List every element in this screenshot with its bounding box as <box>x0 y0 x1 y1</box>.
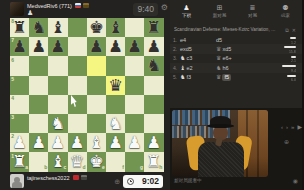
player-username[interactable]: tajineschess2022 <box>27 175 87 181</box>
square-e7[interactable]: ♟ <box>87 37 106 56</box>
move-text: d5 <box>216 37 222 43</box>
move-row-1: 1.e4d51.2 <box>170 35 302 44</box>
black-knight[interactable]: ♞ <box>144 56 163 75</box>
black-king[interactable]: ♚ <box>87 18 106 37</box>
square-h2[interactable]: ♟ <box>144 133 163 152</box>
rank-label: 3 <box>11 115 14 120</box>
file-label: e <box>102 165 105 170</box>
tab-2[interactable]: ≣对局 <box>236 0 269 22</box>
black-rook[interactable]: ♜ <box>144 18 163 37</box>
move-number: 5. <box>170 74 180 80</box>
move-time: 15.8 <box>274 45 296 53</box>
file-label: c <box>64 165 67 170</box>
move-time: 6.0 <box>274 74 296 82</box>
white-pawn[interactable]: ♟ <box>68 133 87 152</box>
caption-badge-icon: ◉ <box>293 177 298 184</box>
board-section: MedvedRiv6 (771) ♟ 9:40 ⚙ ♜8♞♝♚♝♜♟7♟♟♟♟♟… <box>0 0 170 190</box>
black-move-2[interactable]: ♛xd5 <box>216 46 252 52</box>
move-text: xd5 <box>222 46 231 52</box>
black-move-3[interactable]: ♛e6+ <box>216 55 252 61</box>
tab-label: 对局 <box>248 13 257 18</box>
rank-label: 5 <box>11 77 14 82</box>
stream-caption: 新对局观看中 <box>174 178 202 183</box>
file-label: h <box>159 165 162 170</box>
move-time-label: 2.1 <box>291 58 296 62</box>
square-h5[interactable] <box>144 76 163 95</box>
white-knight[interactable]: ♞ <box>106 114 125 133</box>
square-e4[interactable] <box>87 95 106 114</box>
black-pawn[interactable]: ♟ <box>48 37 67 56</box>
square-e3[interactable] <box>87 114 106 133</box>
move-time-label: 15.8 <box>289 49 296 53</box>
white-move-4[interactable]: ♝e2 <box>180 65 216 71</box>
square-e1[interactable]: ♚e <box>87 152 106 171</box>
square-f1[interactable]: f <box>106 152 125 171</box>
black-pawn[interactable]: ♟ <box>144 37 163 56</box>
file-label: a <box>25 165 28 170</box>
square-g8[interactable] <box>125 18 144 37</box>
square-b1[interactable]: b <box>29 152 48 171</box>
black-bishop[interactable]: ♝ <box>48 18 67 37</box>
square-g4[interactable] <box>125 95 144 114</box>
square-h1[interactable]: ♜h <box>144 152 163 171</box>
settings-gear-icon[interactable]: ⚙ <box>161 4 168 12</box>
move-time-bar <box>282 65 296 67</box>
figurine-icon: ♞ <box>216 65 221 71</box>
square-c8[interactable]: ♝ <box>48 18 67 37</box>
opponent-badges <box>75 3 89 8</box>
black-pawn[interactable]: ♟ <box>106 37 125 56</box>
square-c2[interactable]: ♟ <box>48 133 67 152</box>
square-b8[interactable]: ♞ <box>29 18 48 37</box>
panel-tabs: ♟下棋⊞新对局≣对局⚉玩家 <box>170 0 302 22</box>
flag-badge <box>81 175 87 180</box>
square-a8[interactable]: ♜8 <box>10 18 29 37</box>
move-number: 2. <box>170 46 180 52</box>
list-icon: ≣ <box>250 4 256 12</box>
square-a6[interactable]: 6 <box>10 56 29 75</box>
options-icon[interactable]: ⊕ <box>284 138 289 145</box>
figurine-icon: ♝ <box>180 65 185 71</box>
close-icon[interactable]: ✕ <box>292 27 296 33</box>
move-forward-icon[interactable]: › <box>286 124 288 131</box>
white-move-3[interactable]: ♞c3 <box>180 55 216 61</box>
player-clock: 9:02 <box>123 175 163 188</box>
file-label: d <box>83 165 86 170</box>
square-c6[interactable] <box>48 56 67 75</box>
square-d6[interactable] <box>68 56 87 75</box>
rank-label: 1 <box>11 154 14 159</box>
figurine-icon: ♛ <box>216 46 221 52</box>
white-pawn[interactable]: ♟ <box>48 133 67 152</box>
square-c3[interactable]: ♞ <box>48 114 67 133</box>
square-f5[interactable]: ♛ <box>106 76 125 95</box>
square-g1[interactable]: g <box>125 152 144 171</box>
square-f3[interactable]: ♞ <box>106 114 125 133</box>
move-time: 2.1 <box>274 55 296 63</box>
square-a1[interactable]: ♜1a <box>10 152 29 171</box>
square-b4[interactable] <box>29 95 48 114</box>
move-text: e4 <box>180 37 186 43</box>
move-number: 4. <box>170 65 180 71</box>
webcam-video <box>172 110 268 177</box>
square-c5[interactable] <box>48 76 67 95</box>
tab-0[interactable]: ♟下棋 <box>170 0 203 22</box>
move-time-label: 1.2 <box>291 40 296 44</box>
opponent-avatar[interactable] <box>10 2 24 16</box>
figurine-icon: ♛ <box>216 55 221 61</box>
white-pawn[interactable]: ♟ <box>29 133 48 152</box>
figurine-icon: ♞ <box>180 74 185 80</box>
opening-book-icon[interactable]: ⧉ <box>285 27 289 33</box>
square-c1[interactable]: ♝c <box>48 152 67 171</box>
square-a2[interactable]: ♟2 <box>10 133 29 152</box>
opponent-captured-pieces: ♟ <box>27 9 33 17</box>
square-d1[interactable]: ♛d <box>68 152 87 171</box>
move-row-4: 4.♝e2♞h69.4 <box>170 63 302 72</box>
square-a4[interactable]: 4 <box>10 95 29 114</box>
move-time-bar <box>290 37 296 39</box>
black-bishop[interactable]: ♝ <box>106 18 125 37</box>
streamer-body <box>198 142 244 177</box>
move-time-label: 6.0 <box>291 77 296 81</box>
flag-badge <box>73 175 79 180</box>
square-f7[interactable]: ♟ <box>106 37 125 56</box>
white-move-1[interactable]: e4 <box>180 37 216 43</box>
player-avatar[interactable] <box>10 174 24 188</box>
black-move-1[interactable]: d5 <box>216 37 252 43</box>
white-move-5[interactable]: ♞f3 <box>180 74 216 80</box>
player-bar: tajineschess2022 ⊕ 9:02 <box>0 172 170 190</box>
square-e2[interactable]: ♝ <box>87 133 106 152</box>
chess-app-window: MedvedRiv6 (771) ♟ 9:40 ⚙ ♜8♞♝♚♝♜♟7♟♟♟♟♟… <box>0 0 304 190</box>
move-number: 1. <box>170 37 180 43</box>
add-time-icon[interactable]: ⊕ <box>114 178 120 185</box>
square-g7[interactable]: ♟ <box>125 37 144 56</box>
square-c7[interactable]: ♟ <box>48 37 67 56</box>
square-d3[interactable] <box>68 114 87 133</box>
black-move-5[interactable]: ♛f5 <box>216 74 252 81</box>
flag-badge <box>83 3 89 8</box>
move-text: h6 <box>222 65 228 71</box>
move-number: 3. <box>170 55 180 61</box>
square-e6[interactable] <box>87 56 106 75</box>
square-h7[interactable]: ♟ <box>144 37 163 56</box>
square-a3[interactable]: 3 <box>10 114 29 133</box>
black-pawn[interactable]: ♟ <box>29 37 48 56</box>
rank-label: 8 <box>11 19 14 24</box>
move-list: 1.e4d51.22.exd5♛xd515.83.♞c3♛e6+2.14.♝e2… <box>170 35 302 82</box>
move-nav-controls: ‹ › » ▶ <box>272 124 302 131</box>
square-a7[interactable]: ♟7 <box>10 37 29 56</box>
move-text: f5 <box>222 74 231 81</box>
square-g3[interactable] <box>125 114 144 133</box>
square-d2[interactable]: ♟ <box>68 133 87 152</box>
white-move-2[interactable]: exd5 <box>180 46 216 52</box>
square-b7[interactable]: ♟ <box>29 37 48 56</box>
opening-icons: ⧉ ✕ <box>285 26 296 34</box>
rank-label: 4 <box>11 96 14 101</box>
square-d7[interactable] <box>68 37 87 56</box>
black-pawn[interactable]: ♟ <box>87 37 106 56</box>
square-h6[interactable]: ♞ <box>144 56 163 75</box>
side-panel: ♟下棋⊞新对局≣对局⚉玩家 Scandinavian Defense: Mies… <box>170 0 302 190</box>
black-knight[interactable]: ♞ <box>29 18 48 37</box>
square-h3[interactable] <box>144 114 163 133</box>
square-b3[interactable] <box>29 114 48 133</box>
pawn-icon: ♟ <box>183 4 189 12</box>
file-label: f <box>122 165 124 170</box>
move-text: exd5 <box>180 46 192 52</box>
rank-label: 7 <box>11 38 14 43</box>
rank-label: 2 <box>11 134 14 139</box>
move-text: c3 <box>186 55 192 61</box>
tab-label: 新对局 <box>213 13 227 18</box>
black-move-4[interactable]: ♞h6 <box>216 65 252 71</box>
square-d5[interactable] <box>68 76 87 95</box>
square-f6[interactable] <box>106 56 125 75</box>
tab-3[interactable]: ⚉玩家 <box>269 0 302 22</box>
opponent-bar: MedvedRiv6 (771) ♟ 9:40 ⚙ <box>0 0 170 18</box>
square-f2[interactable]: ♟ <box>106 133 125 152</box>
file-label: g <box>140 165 143 170</box>
play-icon[interactable]: ▶ <box>297 124 302 131</box>
players-icon: ⚉ <box>282 4 288 12</box>
tab-label: 玩家 <box>281 13 290 18</box>
black-queen[interactable]: ♛ <box>106 76 125 95</box>
flag-badge <box>75 3 81 8</box>
square-d4[interactable] <box>68 95 87 114</box>
square-f4[interactable] <box>106 95 125 114</box>
white-knight[interactable]: ♞ <box>48 114 67 133</box>
bucket-hat <box>210 116 231 126</box>
square-h4[interactable] <box>144 95 163 114</box>
square-f8[interactable]: ♝ <box>106 18 125 37</box>
move-time: 1.2 <box>274 36 296 44</box>
move-text: e2 <box>186 65 192 71</box>
opening-name: Scandinavian Defense: Mieses-Kotrc Varia… <box>174 26 278 34</box>
player-badges <box>73 175 87 180</box>
move-time: 9.4 <box>274 64 296 72</box>
square-e8[interactable]: ♚ <box>87 18 106 37</box>
opponent-username[interactable]: MedvedRiv6 (771) <box>27 3 89 9</box>
square-b2[interactable]: ♟ <box>29 133 48 152</box>
move-row-3: 3.♞c3♛e6+2.1 <box>170 54 302 63</box>
square-e5[interactable] <box>87 76 106 95</box>
black-pawn[interactable]: ♟ <box>125 37 144 56</box>
tab-label: 下棋 <box>182 13 191 18</box>
square-c4[interactable] <box>48 95 67 114</box>
move-row-2: 2.exd5♛xd515.8 <box>170 44 302 53</box>
square-b6[interactable] <box>29 56 48 75</box>
file-label: b <box>44 165 47 170</box>
move-end-icon[interactable]: » <box>291 124 294 131</box>
white-bishop[interactable]: ♝ <box>87 133 106 152</box>
white-pawn[interactable]: ♟ <box>106 133 125 152</box>
square-h8[interactable]: ♜ <box>144 18 163 37</box>
tab-1[interactable]: ⊞新对局 <box>203 0 236 22</box>
move-time-label: 9.4 <box>291 68 296 72</box>
rank-label: 6 <box>11 58 14 63</box>
plus-square-icon: ⊞ <box>217 4 223 12</box>
square-g6[interactable] <box>125 56 144 75</box>
move-back-icon[interactable]: ‹ <box>281 124 283 131</box>
move-row-5: 5.♞f3♛f56.0 <box>170 73 302 82</box>
square-g5[interactable] <box>125 76 144 95</box>
square-g2[interactable]: ♟ <box>125 133 144 152</box>
move-text: e6+ <box>222 55 231 61</box>
figurine-icon: ♛ <box>216 74 221 80</box>
square-b5[interactable] <box>29 76 48 95</box>
webcam-zone: ‹ › » ▶ ⊕ 新对局观看中 ◉ <box>170 108 302 190</box>
opponent-clock: 9:40 <box>133 3 158 16</box>
chess-board: ♜8♞♝♚♝♜♟7♟♟♟♟♟♟6♞5♛43♞♞♟2♟♟♟♝♟♟♟♜1ab♝c♛d… <box>10 18 164 172</box>
square-a5[interactable]: 5 <box>10 76 29 95</box>
square-d8[interactable] <box>68 18 87 37</box>
move-text: f3 <box>186 74 191 80</box>
white-pawn[interactable]: ♟ <box>144 133 163 152</box>
figurine-icon: ♞ <box>180 55 185 61</box>
white-pawn[interactable]: ♟ <box>125 133 144 152</box>
clock-icon <box>127 178 134 185</box>
